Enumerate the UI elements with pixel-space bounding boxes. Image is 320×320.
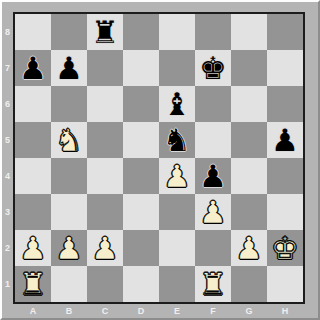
rank-label-6: 6	[2, 86, 13, 122]
piece-white-rook[interactable]: ♜	[195, 266, 231, 302]
square-b1[interactable]	[51, 266, 87, 302]
piece-white-pawn[interactable]: ♟	[159, 158, 195, 194]
square-d2[interactable]	[123, 230, 159, 266]
piece-white-king[interactable]: ♚	[267, 230, 303, 266]
piece-black-pawn[interactable]: ♟	[51, 50, 87, 86]
file-label-e: E	[159, 304, 195, 318]
file-label-g: G	[231, 304, 267, 318]
square-g3[interactable]	[231, 194, 267, 230]
piece-white-pawn[interactable]: ♟	[195, 194, 231, 230]
file-label-h: H	[267, 304, 303, 318]
piece-white-pawn[interactable]: ♟	[87, 230, 123, 266]
rank-label-1: 1	[2, 266, 13, 302]
square-a4[interactable]	[15, 158, 51, 194]
piece-white-knight[interactable]: ♞	[51, 122, 87, 158]
rank-label-5: 5	[2, 122, 13, 158]
square-e1[interactable]	[159, 266, 195, 302]
square-f6[interactable]	[195, 86, 231, 122]
square-c8[interactable]: ♜	[87, 14, 123, 50]
square-a7[interactable]: ♟	[15, 50, 51, 86]
square-f1[interactable]: ♜	[195, 266, 231, 302]
rank-label-8: 8	[2, 14, 13, 50]
square-a8[interactable]	[15, 14, 51, 50]
square-e6[interactable]: ♝	[159, 86, 195, 122]
square-a1[interactable]: ♜	[15, 266, 51, 302]
piece-black-rook[interactable]: ♜	[87, 14, 123, 50]
file-label-b: B	[51, 304, 87, 318]
square-e2[interactable]	[159, 230, 195, 266]
square-h1[interactable]	[267, 266, 303, 302]
square-c6[interactable]	[87, 86, 123, 122]
piece-black-pawn[interactable]: ♟	[267, 122, 303, 158]
square-e3[interactable]	[159, 194, 195, 230]
square-f8[interactable]	[195, 14, 231, 50]
square-e7[interactable]	[159, 50, 195, 86]
file-label-a: A	[15, 304, 51, 318]
square-h6[interactable]	[267, 86, 303, 122]
square-f4[interactable]: ♟	[195, 158, 231, 194]
square-h7[interactable]	[267, 50, 303, 86]
square-h4[interactable]	[267, 158, 303, 194]
square-a3[interactable]	[15, 194, 51, 230]
file-label-d: D	[123, 304, 159, 318]
square-c3[interactable]	[87, 194, 123, 230]
square-f2[interactable]	[195, 230, 231, 266]
square-c1[interactable]	[87, 266, 123, 302]
square-b3[interactable]	[51, 194, 87, 230]
file-label-c: C	[87, 304, 123, 318]
square-g1[interactable]	[231, 266, 267, 302]
piece-white-pawn[interactable]: ♟	[231, 230, 267, 266]
square-d4[interactable]	[123, 158, 159, 194]
square-h2[interactable]: ♚	[267, 230, 303, 266]
square-d6[interactable]	[123, 86, 159, 122]
chess-diagram: ♜♟♟♚♝♞♞♟♟♟♟♟♟♟♟♚♜♜ 87654321 ABCDEFGH	[0, 0, 320, 320]
square-c7[interactable]	[87, 50, 123, 86]
square-h5[interactable]: ♟	[267, 122, 303, 158]
piece-white-rook[interactable]: ♜	[15, 266, 51, 302]
piece-white-pawn[interactable]: ♟	[51, 230, 87, 266]
piece-black-pawn[interactable]: ♟	[195, 158, 231, 194]
piece-black-king[interactable]: ♚	[195, 50, 231, 86]
square-d1[interactable]	[123, 266, 159, 302]
square-d8[interactable]	[123, 14, 159, 50]
square-g8[interactable]	[231, 14, 267, 50]
square-d7[interactable]	[123, 50, 159, 86]
square-b2[interactable]: ♟	[51, 230, 87, 266]
square-b4[interactable]	[51, 158, 87, 194]
piece-black-bishop[interactable]: ♝	[159, 86, 195, 122]
square-c2[interactable]: ♟	[87, 230, 123, 266]
square-h8[interactable]	[267, 14, 303, 50]
square-a2[interactable]: ♟	[15, 230, 51, 266]
square-e8[interactable]	[159, 14, 195, 50]
square-d5[interactable]	[123, 122, 159, 158]
square-a5[interactable]	[15, 122, 51, 158]
square-b8[interactable]	[51, 14, 87, 50]
file-label-f: F	[195, 304, 231, 318]
square-b7[interactable]: ♟	[51, 50, 87, 86]
square-h3[interactable]	[267, 194, 303, 230]
square-d3[interactable]	[123, 194, 159, 230]
square-g6[interactable]	[231, 86, 267, 122]
piece-black-pawn[interactable]: ♟	[15, 50, 51, 86]
rank-label-4: 4	[2, 158, 13, 194]
square-g5[interactable]	[231, 122, 267, 158]
rank-label-3: 3	[2, 194, 13, 230]
rank-label-7: 7	[2, 50, 13, 86]
square-g7[interactable]	[231, 50, 267, 86]
rank-label-2: 2	[2, 230, 13, 266]
square-f5[interactable]	[195, 122, 231, 158]
square-f7[interactable]: ♚	[195, 50, 231, 86]
square-a6[interactable]	[15, 86, 51, 122]
square-g4[interactable]	[231, 158, 267, 194]
square-e5[interactable]: ♞	[159, 122, 195, 158]
square-e4[interactable]: ♟	[159, 158, 195, 194]
chess-board: ♜♟♟♚♝♞♞♟♟♟♟♟♟♟♟♚♜♜	[13, 12, 305, 304]
piece-black-knight[interactable]: ♞	[159, 122, 195, 158]
square-c4[interactable]	[87, 158, 123, 194]
square-b6[interactable]	[51, 86, 87, 122]
square-f3[interactable]: ♟	[195, 194, 231, 230]
square-g2[interactable]: ♟	[231, 230, 267, 266]
square-b5[interactable]: ♞	[51, 122, 87, 158]
square-c5[interactable]	[87, 122, 123, 158]
piece-white-pawn[interactable]: ♟	[15, 230, 51, 266]
